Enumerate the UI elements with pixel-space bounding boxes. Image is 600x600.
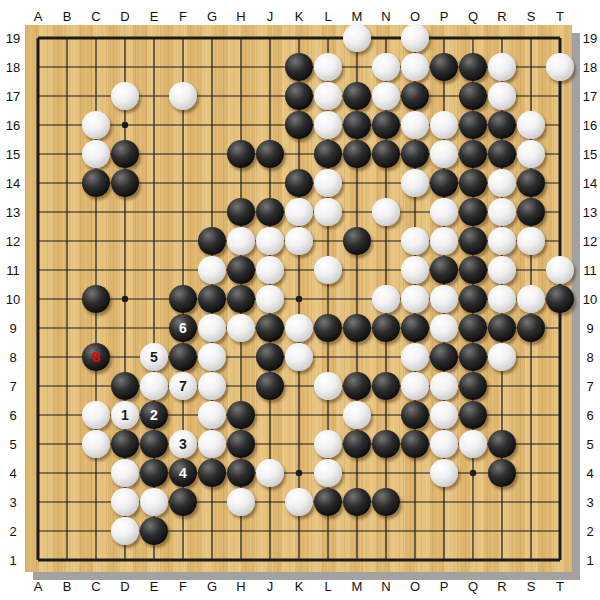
point-A1[interactable] (24, 546, 53, 575)
point-E17[interactable] (140, 82, 169, 111)
point-G15[interactable] (198, 140, 227, 169)
white-stone-P13[interactable] (430, 198, 458, 226)
white-stone-J10[interactable] (256, 285, 284, 313)
white-stone-N17[interactable] (372, 82, 400, 110)
white-stone-L16[interactable] (314, 111, 342, 139)
point-P11[interactable] (430, 256, 459, 285)
point-F12[interactable] (169, 227, 198, 256)
black-stone-F3[interactable] (169, 488, 197, 516)
white-stone-D4[interactable] (111, 459, 139, 487)
point-C3[interactable] (82, 488, 111, 517)
point-J4[interactable] (256, 459, 285, 488)
point-J19[interactable] (256, 24, 285, 53)
point-K17[interactable] (285, 82, 314, 111)
point-J17[interactable] (256, 82, 285, 111)
point-T16[interactable] (546, 111, 575, 140)
point-R2[interactable] (488, 517, 517, 546)
white-stone-N18[interactable] (372, 53, 400, 81)
black-stone-R9[interactable] (488, 314, 516, 342)
point-L1[interactable] (314, 546, 343, 575)
point-T5[interactable] (546, 430, 575, 459)
white-stone-O14[interactable] (401, 169, 429, 197)
point-S1[interactable] (517, 546, 546, 575)
point-K13[interactable] (285, 198, 314, 227)
point-L6[interactable] (314, 401, 343, 430)
point-T17[interactable] (546, 82, 575, 111)
point-M7[interactable] (343, 372, 372, 401)
point-K19[interactable] (285, 24, 314, 53)
black-stone-M12[interactable] (343, 227, 371, 255)
point-K1[interactable] (285, 546, 314, 575)
point-K7[interactable] (285, 372, 314, 401)
point-T8[interactable] (546, 343, 575, 372)
white-stone-O19[interactable] (401, 24, 429, 52)
point-H16[interactable] (227, 111, 256, 140)
point-R6[interactable] (488, 401, 517, 430)
point-Q4[interactable] (459, 459, 488, 488)
point-A7[interactable] (24, 372, 53, 401)
point-D15[interactable] (111, 140, 140, 169)
point-L10[interactable] (314, 285, 343, 314)
point-N1[interactable] (372, 546, 401, 575)
point-F5[interactable]: 3 (169, 430, 198, 459)
point-R12[interactable] (488, 227, 517, 256)
point-P19[interactable] (430, 24, 459, 53)
white-stone-L4[interactable] (314, 459, 342, 487)
point-R8[interactable] (488, 343, 517, 372)
point-D11[interactable] (111, 256, 140, 285)
point-B9[interactable] (53, 314, 82, 343)
white-stone-F7[interactable]: 7 (169, 372, 197, 400)
black-stone-C14[interactable] (82, 169, 110, 197)
point-K10[interactable] (285, 285, 314, 314)
point-Q2[interactable] (459, 517, 488, 546)
point-T2[interactable] (546, 517, 575, 546)
point-T9[interactable] (546, 314, 575, 343)
point-O1[interactable] (401, 546, 430, 575)
point-N19[interactable] (372, 24, 401, 53)
point-E5[interactable] (140, 430, 169, 459)
point-C6[interactable] (82, 401, 111, 430)
point-D8[interactable] (111, 343, 140, 372)
white-stone-L13[interactable] (314, 198, 342, 226)
point-S17[interactable] (517, 82, 546, 111)
point-J8[interactable] (256, 343, 285, 372)
point-C19[interactable] (82, 24, 111, 53)
point-O8[interactable] (401, 343, 430, 372)
point-S7[interactable] (517, 372, 546, 401)
point-Q1[interactable] (459, 546, 488, 575)
black-stone-G12[interactable] (198, 227, 226, 255)
point-Q10[interactable] (459, 285, 488, 314)
point-F10[interactable] (169, 285, 198, 314)
point-M8[interactable] (343, 343, 372, 372)
point-C18[interactable] (82, 53, 111, 82)
point-G10[interactable] (198, 285, 227, 314)
point-F17[interactable] (169, 82, 198, 111)
point-S4[interactable] (517, 459, 546, 488)
black-stone-M5[interactable] (343, 430, 371, 458)
point-A18[interactable] (24, 53, 53, 82)
white-stone-P16[interactable] (430, 111, 458, 139)
black-stone-F10[interactable] (169, 285, 197, 313)
black-stone-N16[interactable] (372, 111, 400, 139)
point-A11[interactable] (24, 256, 53, 285)
black-stone-R16[interactable] (488, 111, 516, 139)
point-D16[interactable] (111, 111, 140, 140)
white-stone-J11[interactable] (256, 256, 284, 284)
point-B17[interactable] (53, 82, 82, 111)
white-stone-L7[interactable] (314, 372, 342, 400)
point-D6[interactable]: 1 (111, 401, 140, 430)
point-H14[interactable] (227, 169, 256, 198)
point-Q3[interactable] (459, 488, 488, 517)
white-stone-Q5[interactable] (459, 430, 487, 458)
point-N5[interactable] (372, 430, 401, 459)
point-O2[interactable] (401, 517, 430, 546)
black-stone-Q10[interactable] (459, 285, 487, 313)
black-stone-M16[interactable] (343, 111, 371, 139)
white-stone-F17[interactable] (169, 82, 197, 110)
point-A2[interactable] (24, 517, 53, 546)
point-L16[interactable] (314, 111, 343, 140)
black-stone-Q12[interactable] (459, 227, 487, 255)
point-M14[interactable] (343, 169, 372, 198)
point-C8[interactable]: 8 (82, 343, 111, 372)
point-S9[interactable] (517, 314, 546, 343)
white-stone-R11[interactable] (488, 256, 516, 284)
point-K18[interactable] (285, 53, 314, 82)
point-J18[interactable] (256, 53, 285, 82)
black-stone-E2[interactable] (140, 517, 168, 545)
point-P2[interactable] (430, 517, 459, 546)
point-Q19[interactable] (459, 24, 488, 53)
point-E1[interactable] (140, 546, 169, 575)
point-O4[interactable] (401, 459, 430, 488)
point-E16[interactable] (140, 111, 169, 140)
point-O17[interactable] (401, 82, 430, 111)
white-stone-R12[interactable] (488, 227, 516, 255)
point-G19[interactable] (198, 24, 227, 53)
black-stone-Q18[interactable] (459, 53, 487, 81)
black-stone-H13[interactable] (227, 198, 255, 226)
point-N13[interactable] (372, 198, 401, 227)
white-stone-L18[interactable] (314, 53, 342, 81)
point-N3[interactable] (372, 488, 401, 517)
point-L17[interactable] (314, 82, 343, 111)
point-O11[interactable] (401, 256, 430, 285)
point-G16[interactable] (198, 111, 227, 140)
white-stone-D17[interactable] (111, 82, 139, 110)
point-T18[interactable] (546, 53, 575, 82)
black-stone-Q9[interactable] (459, 314, 487, 342)
point-A3[interactable] (24, 488, 53, 517)
point-D14[interactable] (111, 169, 140, 198)
black-stone-J8[interactable] (256, 343, 284, 371)
point-P8[interactable] (430, 343, 459, 372)
point-C17[interactable] (82, 82, 111, 111)
point-B1[interactable] (53, 546, 82, 575)
point-B13[interactable] (53, 198, 82, 227)
point-G11[interactable] (198, 256, 227, 285)
white-stone-O11[interactable] (401, 256, 429, 284)
white-stone-C16[interactable] (82, 111, 110, 139)
point-A10[interactable] (24, 285, 53, 314)
black-stone-Q14[interactable] (459, 169, 487, 197)
point-A16[interactable] (24, 111, 53, 140)
point-E19[interactable] (140, 24, 169, 53)
point-L7[interactable] (314, 372, 343, 401)
point-G6[interactable] (198, 401, 227, 430)
point-N7[interactable] (372, 372, 401, 401)
black-stone-P11[interactable] (430, 256, 458, 284)
point-D17[interactable] (111, 82, 140, 111)
point-B2[interactable] (53, 517, 82, 546)
point-M10[interactable] (343, 285, 372, 314)
point-B5[interactable] (53, 430, 82, 459)
white-stone-O8[interactable] (401, 343, 429, 371)
point-G14[interactable] (198, 169, 227, 198)
point-P14[interactable] (430, 169, 459, 198)
point-A9[interactable] (24, 314, 53, 343)
point-B14[interactable] (53, 169, 82, 198)
point-L14[interactable] (314, 169, 343, 198)
black-stone-H6[interactable] (227, 401, 255, 429)
black-stone-E5[interactable] (140, 430, 168, 458)
black-stone-N3[interactable] (372, 488, 400, 516)
point-B15[interactable] (53, 140, 82, 169)
black-stone-R15[interactable] (488, 140, 516, 168)
point-R17[interactable] (488, 82, 517, 111)
black-stone-H10[interactable] (227, 285, 255, 313)
point-F18[interactable] (169, 53, 198, 82)
black-stone-M17[interactable] (343, 82, 371, 110)
point-N6[interactable] (372, 401, 401, 430)
point-S11[interactable] (517, 256, 546, 285)
white-stone-M19[interactable] (343, 24, 371, 52)
black-stone-D15[interactable] (111, 140, 139, 168)
black-stone-O15[interactable] (401, 140, 429, 168)
point-F6[interactable] (169, 401, 198, 430)
point-C1[interactable] (82, 546, 111, 575)
point-Q8[interactable] (459, 343, 488, 372)
point-D13[interactable] (111, 198, 140, 227)
black-stone-D14[interactable] (111, 169, 139, 197)
point-E6[interactable]: 2 (140, 401, 169, 430)
point-P9[interactable] (430, 314, 459, 343)
point-F7[interactable]: 7 (169, 372, 198, 401)
point-B10[interactable] (53, 285, 82, 314)
point-O3[interactable] (401, 488, 430, 517)
point-H11[interactable] (227, 256, 256, 285)
point-A5[interactable] (24, 430, 53, 459)
point-M18[interactable] (343, 53, 372, 82)
point-D7[interactable] (111, 372, 140, 401)
point-J12[interactable] (256, 227, 285, 256)
white-stone-L17[interactable] (314, 82, 342, 110)
point-B6[interactable] (53, 401, 82, 430)
black-stone-Q6[interactable] (459, 401, 487, 429)
point-N10[interactable] (372, 285, 401, 314)
point-H7[interactable] (227, 372, 256, 401)
point-R4[interactable] (488, 459, 517, 488)
white-stone-S10[interactable] (517, 285, 545, 313)
black-stone-Q17[interactable] (459, 82, 487, 110)
point-R15[interactable] (488, 140, 517, 169)
white-stone-L5[interactable] (314, 430, 342, 458)
point-H4[interactable] (227, 459, 256, 488)
black-stone-R5[interactable] (488, 430, 516, 458)
point-J9[interactable] (256, 314, 285, 343)
white-stone-O12[interactable] (401, 227, 429, 255)
point-A6[interactable] (24, 401, 53, 430)
black-stone-J15[interactable] (256, 140, 284, 168)
point-C11[interactable] (82, 256, 111, 285)
point-D18[interactable] (111, 53, 140, 82)
point-F8[interactable] (169, 343, 198, 372)
point-H19[interactable] (227, 24, 256, 53)
point-N14[interactable] (372, 169, 401, 198)
point-G1[interactable] (198, 546, 227, 575)
white-stone-T18[interactable] (546, 53, 574, 81)
white-stone-R14[interactable] (488, 169, 516, 197)
point-C14[interactable] (82, 169, 111, 198)
point-K3[interactable] (285, 488, 314, 517)
point-F4[interactable]: 4 (169, 459, 198, 488)
point-O5[interactable] (401, 430, 430, 459)
point-T11[interactable] (546, 256, 575, 285)
point-P15[interactable] (430, 140, 459, 169)
black-stone-J9[interactable] (256, 314, 284, 342)
white-stone-C5[interactable] (82, 430, 110, 458)
point-P12[interactable] (430, 227, 459, 256)
point-K11[interactable] (285, 256, 314, 285)
point-P10[interactable] (430, 285, 459, 314)
white-stone-T11[interactable] (546, 256, 574, 284)
point-D12[interactable] (111, 227, 140, 256)
black-stone-F4[interactable]: 4 (169, 459, 197, 487)
point-L2[interactable] (314, 517, 343, 546)
black-stone-N9[interactable] (372, 314, 400, 342)
point-T15[interactable] (546, 140, 575, 169)
point-S10[interactable] (517, 285, 546, 314)
white-stone-P9[interactable] (430, 314, 458, 342)
point-B18[interactable] (53, 53, 82, 82)
point-G7[interactable] (198, 372, 227, 401)
point-Q12[interactable] (459, 227, 488, 256)
point-M6[interactable] (343, 401, 372, 430)
white-stone-P5[interactable] (430, 430, 458, 458)
point-O12[interactable] (401, 227, 430, 256)
point-L5[interactable] (314, 430, 343, 459)
point-C9[interactable] (82, 314, 111, 343)
black-stone-K17[interactable] (285, 82, 313, 110)
point-R18[interactable] (488, 53, 517, 82)
point-C4[interactable] (82, 459, 111, 488)
point-D10[interactable] (111, 285, 140, 314)
point-P5[interactable] (430, 430, 459, 459)
white-stone-E8[interactable]: 5 (140, 343, 168, 371)
stones-layer[interactable]: 68571234 (24, 24, 575, 575)
point-R5[interactable] (488, 430, 517, 459)
point-H5[interactable] (227, 430, 256, 459)
black-stone-Q11[interactable] (459, 256, 487, 284)
point-C10[interactable] (82, 285, 111, 314)
point-N16[interactable] (372, 111, 401, 140)
point-O6[interactable] (401, 401, 430, 430)
point-G18[interactable] (198, 53, 227, 82)
point-J16[interactable] (256, 111, 285, 140)
point-M12[interactable] (343, 227, 372, 256)
point-T1[interactable] (546, 546, 575, 575)
point-S3[interactable] (517, 488, 546, 517)
point-D9[interactable] (111, 314, 140, 343)
point-J11[interactable] (256, 256, 285, 285)
point-M5[interactable] (343, 430, 372, 459)
point-S8[interactable] (517, 343, 546, 372)
white-stone-G11[interactable] (198, 256, 226, 284)
black-stone-N15[interactable] (372, 140, 400, 168)
point-B8[interactable] (53, 343, 82, 372)
point-A15[interactable] (24, 140, 53, 169)
point-R13[interactable] (488, 198, 517, 227)
point-N15[interactable] (372, 140, 401, 169)
point-E11[interactable] (140, 256, 169, 285)
point-T13[interactable] (546, 198, 575, 227)
point-H6[interactable] (227, 401, 256, 430)
white-stone-S12[interactable] (517, 227, 545, 255)
point-A19[interactable] (24, 24, 53, 53)
white-stone-D3[interactable] (111, 488, 139, 516)
white-stone-K12[interactable] (285, 227, 313, 255)
point-A4[interactable] (24, 459, 53, 488)
black-stone-N7[interactable] (372, 372, 400, 400)
point-H2[interactable] (227, 517, 256, 546)
point-B11[interactable] (53, 256, 82, 285)
point-N17[interactable] (372, 82, 401, 111)
black-stone-P14[interactable] (430, 169, 458, 197)
point-F19[interactable] (169, 24, 198, 53)
point-J2[interactable] (256, 517, 285, 546)
point-Q11[interactable] (459, 256, 488, 285)
point-B3[interactable] (53, 488, 82, 517)
point-Q18[interactable] (459, 53, 488, 82)
point-A17[interactable] (24, 82, 53, 111)
black-stone-Q16[interactable] (459, 111, 487, 139)
point-L18[interactable] (314, 53, 343, 82)
point-G12[interactable] (198, 227, 227, 256)
point-D5[interactable] (111, 430, 140, 459)
point-B16[interactable] (53, 111, 82, 140)
point-C13[interactable] (82, 198, 111, 227)
point-L15[interactable] (314, 140, 343, 169)
point-R1[interactable] (488, 546, 517, 575)
black-stone-D7[interactable] (111, 372, 139, 400)
point-Q7[interactable] (459, 372, 488, 401)
point-R7[interactable] (488, 372, 517, 401)
point-H8[interactable] (227, 343, 256, 372)
white-stone-D2[interactable] (111, 517, 139, 545)
point-P6[interactable] (430, 401, 459, 430)
point-F9[interactable]: 6 (169, 314, 198, 343)
point-O13[interactable] (401, 198, 430, 227)
point-E15[interactable] (140, 140, 169, 169)
white-stone-P10[interactable] (430, 285, 458, 313)
point-R3[interactable] (488, 488, 517, 517)
point-P17[interactable] (430, 82, 459, 111)
point-L9[interactable] (314, 314, 343, 343)
black-stone-K14[interactable] (285, 169, 313, 197)
